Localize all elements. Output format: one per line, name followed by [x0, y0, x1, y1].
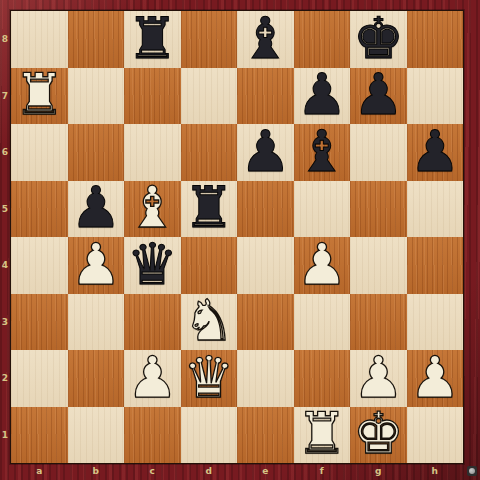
square-f4[interactable]: ♟ [294, 237, 351, 294]
square-d1[interactable] [181, 407, 238, 464]
square-d7[interactable] [181, 68, 238, 125]
rank-label-3: 3 [0, 294, 10, 351]
square-c7[interactable] [124, 68, 181, 125]
square-f6[interactable]: ♝ [294, 124, 351, 181]
rank-label-4: 4 [0, 237, 10, 294]
piece-white-pawn[interactable]: ♟ [70, 237, 121, 293]
file-labels: abcdefgh [11, 463, 463, 478]
square-c2[interactable]: ♟ [124, 350, 181, 407]
file-label-d: d [181, 463, 238, 478]
piece-white-pawn[interactable]: ♟ [353, 350, 404, 406]
square-b4[interactable]: ♟ [68, 237, 125, 294]
square-d8[interactable] [181, 11, 238, 68]
square-c4[interactable]: ♛ [124, 237, 181, 294]
piece-black-king[interactable]: ♚ [353, 11, 404, 67]
square-f2[interactable] [294, 350, 351, 407]
square-a3[interactable] [11, 294, 68, 351]
file-label-e: e [237, 463, 294, 478]
piece-white-rook[interactable]: ♜ [296, 407, 347, 463]
square-g7[interactable]: ♟ [350, 68, 407, 125]
rank-label-1: 1 [0, 407, 10, 464]
piece-black-bishop[interactable]: ♝ [240, 11, 291, 67]
square-d5[interactable]: ♜ [181, 181, 238, 238]
file-label-g: g [350, 463, 407, 478]
square-g2[interactable]: ♟ [350, 350, 407, 407]
square-d2[interactable]: ♛ [181, 350, 238, 407]
square-e8[interactable]: ♝ [237, 11, 294, 68]
piece-white-knight[interactable]: ♞ [183, 294, 234, 350]
rank-label-8: 8 [0, 11, 10, 68]
square-d3[interactable]: ♞ [181, 294, 238, 351]
file-label-f: f [294, 463, 351, 478]
square-c6[interactable] [124, 124, 181, 181]
piece-white-rook[interactable]: ♜ [14, 68, 65, 124]
rank-label-5: 5 [0, 181, 10, 238]
square-a1[interactable] [11, 407, 68, 464]
corner-dot [467, 466, 477, 476]
square-f3[interactable] [294, 294, 351, 351]
square-e7[interactable] [237, 68, 294, 125]
square-a7[interactable]: ♜ [11, 68, 68, 125]
square-h2[interactable]: ♟ [407, 350, 464, 407]
square-g1[interactable]: ♚ [350, 407, 407, 464]
piece-black-bishop[interactable]: ♝ [296, 124, 347, 180]
chess-board[interactable]: ♜♝♚♜♟♟♟♝♟♟♝♜♟♛♟♞♟♛♟♟♜♚ [10, 10, 464, 464]
square-h7[interactable] [407, 68, 464, 125]
square-e4[interactable] [237, 237, 294, 294]
square-h3[interactable] [407, 294, 464, 351]
piece-black-rook[interactable]: ♜ [183, 181, 234, 237]
square-a5[interactable] [11, 181, 68, 238]
square-g6[interactable] [350, 124, 407, 181]
square-b2[interactable] [68, 350, 125, 407]
rank-label-6: 6 [0, 124, 10, 181]
file-label-a: a [11, 463, 68, 478]
square-e1[interactable] [237, 407, 294, 464]
square-f7[interactable]: ♟ [294, 68, 351, 125]
square-f1[interactable]: ♜ [294, 407, 351, 464]
piece-white-pawn[interactable]: ♟ [409, 350, 460, 406]
square-h4[interactable] [407, 237, 464, 294]
square-b1[interactable] [68, 407, 125, 464]
piece-white-queen[interactable]: ♛ [183, 350, 234, 406]
square-g4[interactable] [350, 237, 407, 294]
square-a8[interactable] [11, 11, 68, 68]
square-c1[interactable] [124, 407, 181, 464]
piece-black-pawn[interactable]: ♟ [353, 68, 404, 124]
square-g8[interactable]: ♚ [350, 11, 407, 68]
piece-black-pawn[interactable]: ♟ [296, 68, 347, 124]
square-c8[interactable]: ♜ [124, 11, 181, 68]
file-label-h: h [407, 463, 464, 478]
square-a2[interactable] [11, 350, 68, 407]
square-e6[interactable]: ♟ [237, 124, 294, 181]
piece-black-pawn[interactable]: ♟ [240, 124, 291, 180]
piece-white-king[interactable]: ♚ [353, 407, 404, 463]
rank-label-7: 7 [0, 68, 10, 125]
square-f5[interactable] [294, 181, 351, 238]
square-a4[interactable] [11, 237, 68, 294]
square-b5[interactable]: ♟ [68, 181, 125, 238]
piece-black-queen[interactable]: ♛ [127, 237, 178, 293]
square-d6[interactable] [181, 124, 238, 181]
square-g3[interactable] [350, 294, 407, 351]
square-b6[interactable] [68, 124, 125, 181]
square-h8[interactable] [407, 11, 464, 68]
file-label-c: c [124, 463, 181, 478]
square-b3[interactable] [68, 294, 125, 351]
piece-white-pawn[interactable]: ♟ [296, 237, 347, 293]
square-h1[interactable] [407, 407, 464, 464]
square-f8[interactable] [294, 11, 351, 68]
square-h6[interactable]: ♟ [407, 124, 464, 181]
square-b7[interactable] [68, 68, 125, 125]
square-c5[interactable]: ♝ [124, 181, 181, 238]
piece-white-pawn[interactable]: ♟ [127, 350, 178, 406]
square-c3[interactable] [124, 294, 181, 351]
square-g5[interactable] [350, 181, 407, 238]
piece-white-bishop[interactable]: ♝ [127, 181, 178, 237]
piece-black-pawn[interactable]: ♟ [70, 181, 121, 237]
square-e3[interactable] [237, 294, 294, 351]
square-d4[interactable] [181, 237, 238, 294]
square-h5[interactable] [407, 181, 464, 238]
board-frame: 87654321 ♜♝♚♜♟♟♟♝♟♟♝♜♟♛♟♞♟♛♟♟♜♚ abcdefgh [0, 0, 480, 480]
rank-labels: 87654321 [0, 11, 10, 463]
square-b8[interactable] [68, 11, 125, 68]
piece-black-rook[interactable]: ♜ [127, 11, 178, 67]
square-e5[interactable] [237, 181, 294, 238]
file-label-b: b [68, 463, 125, 478]
square-a6[interactable] [11, 124, 68, 181]
rank-label-2: 2 [0, 350, 10, 407]
piece-black-pawn[interactable]: ♟ [409, 124, 460, 180]
square-e2[interactable] [237, 350, 294, 407]
